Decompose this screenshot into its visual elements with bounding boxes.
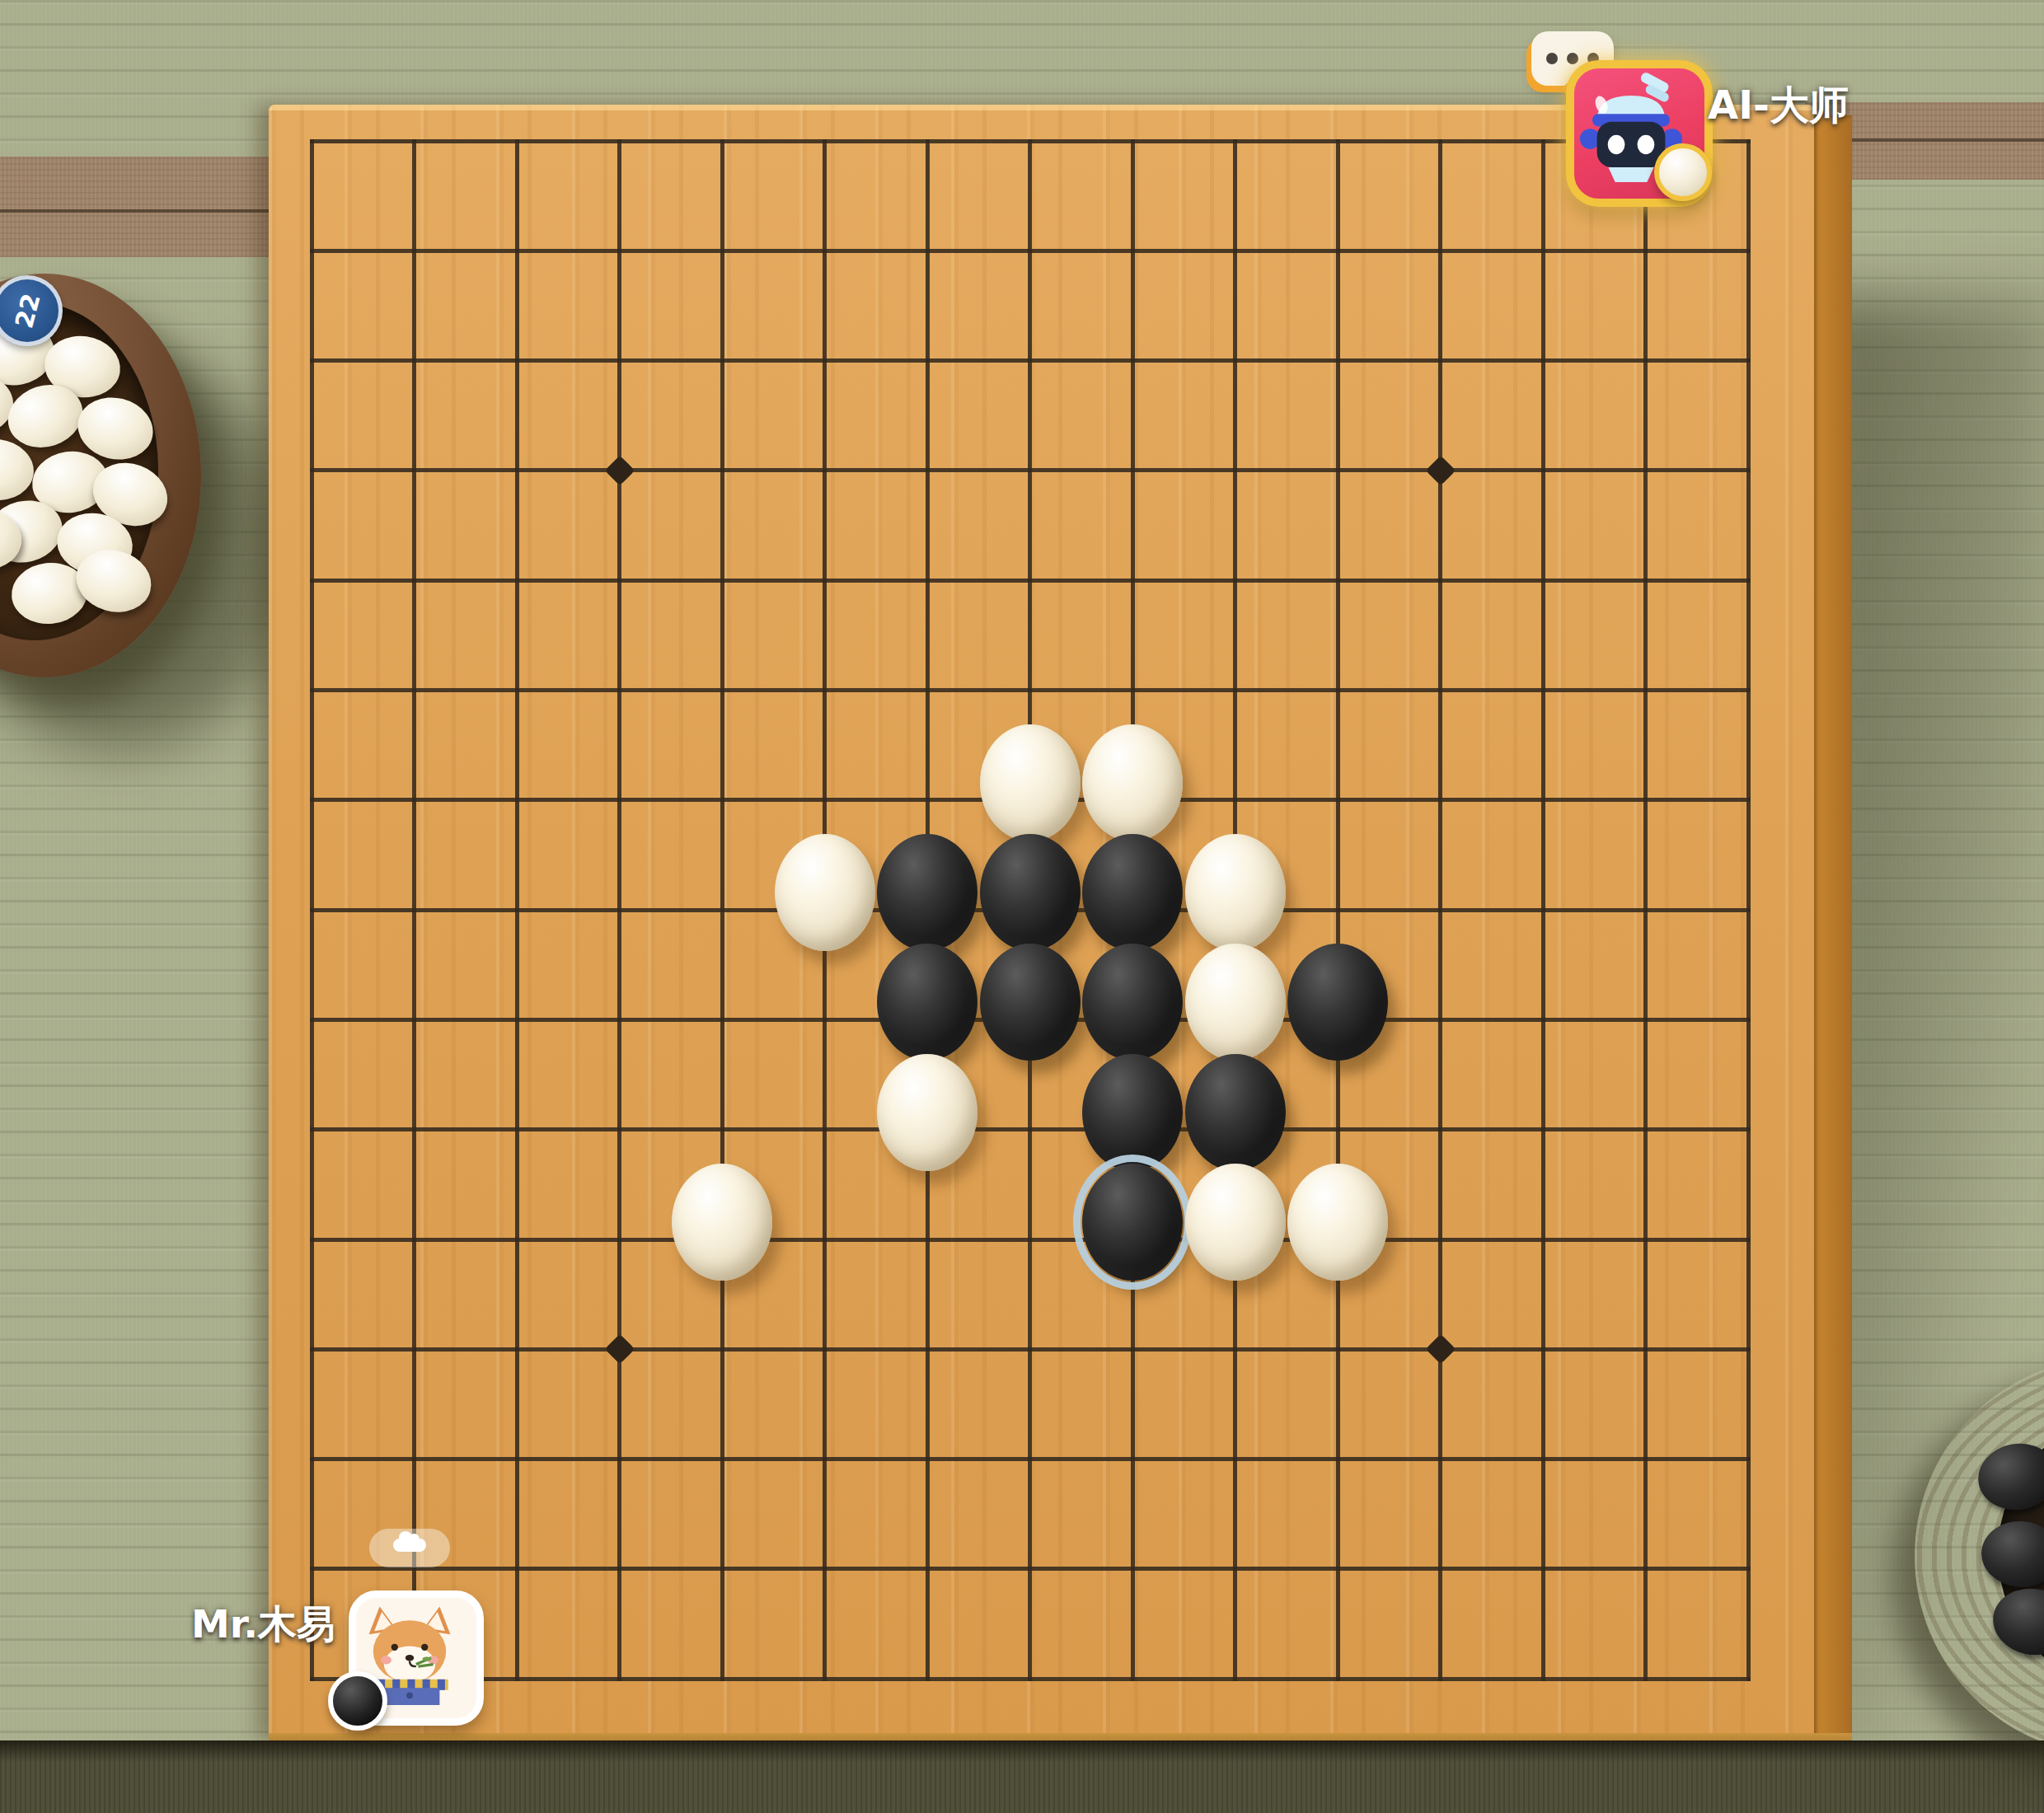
cloud-icon[interactable] [369, 1529, 450, 1567]
black-stone-badge [328, 1671, 387, 1731]
human-player-name: Mr.木易 [191, 1599, 335, 1651]
front-tatami-shadow [0, 1740, 2044, 1813]
game-scene: 22 AI-大师 [0, 0, 2044, 1813]
board-side-face [1814, 115, 1852, 1740]
ai-player-name: AI-大师 [1708, 79, 1849, 132]
white-stone-badge [1654, 143, 1712, 201]
tatami-edge-band-left [0, 157, 293, 257]
goban-board[interactable] [269, 105, 1814, 1740]
